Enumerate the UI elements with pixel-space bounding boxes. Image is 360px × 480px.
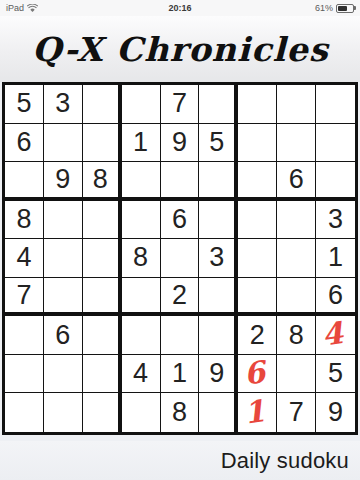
cell-r1c1[interactable]: 5 [5, 85, 44, 124]
cell-r2c3[interactable] [83, 124, 122, 163]
cell-r1c9[interactable] [316, 85, 355, 124]
cell-r7c8[interactable]: 8 [277, 316, 316, 355]
wifi-icon [27, 4, 38, 13]
cell-r4c8[interactable] [277, 201, 316, 240]
cell-r9c6[interactable] [199, 393, 238, 432]
cell-r8c1[interactable] [5, 355, 44, 394]
cell-r4c6[interactable] [199, 201, 238, 240]
cell-r5c3[interactable] [83, 239, 122, 278]
puzzle-type-label: Daily sudoku [221, 448, 349, 474]
cell-r2c1[interactable]: 6 [5, 124, 44, 163]
cell-r2c7[interactable] [238, 124, 277, 163]
cell-r9c8[interactable]: 7 [277, 393, 316, 432]
cell-r1c6[interactable] [199, 85, 238, 124]
cell-r9c5[interactable]: 8 [161, 393, 200, 432]
cell-r1c5[interactable]: 7 [161, 85, 200, 124]
cell-r8c6[interactable]: 9 [199, 355, 238, 394]
cell-r8c9[interactable]: 5 [316, 355, 355, 394]
cell-r5c9[interactable]: 1 [316, 239, 355, 278]
cell-r6c1[interactable]: 7 [5, 278, 44, 317]
cell-r6c5[interactable]: 2 [161, 278, 200, 317]
cell-r4c5[interactable]: 6 [161, 201, 200, 240]
cell-r7c9[interactable]: 4 [316, 316, 355, 355]
battery-icon [336, 4, 354, 13]
cell-r5c1[interactable]: 4 [5, 239, 44, 278]
sudoku-board: 537619598686348317266284419658179 [2, 82, 358, 435]
app-title: Q-X Chronicles [32, 30, 329, 69]
cell-r5c4[interactable]: 8 [122, 239, 161, 278]
cell-r7c6[interactable] [199, 316, 238, 355]
carrier-label: iPad [6, 3, 24, 13]
cell-r8c7[interactable]: 6 [238, 355, 277, 394]
cell-r4c3[interactable] [83, 201, 122, 240]
cell-r3c2[interactable]: 9 [44, 162, 83, 201]
cell-r6c8[interactable] [277, 278, 316, 317]
cell-r8c3[interactable] [83, 355, 122, 394]
cell-r7c5[interactable] [161, 316, 200, 355]
cell-r8c4[interactable]: 4 [122, 355, 161, 394]
cell-r9c7[interactable]: 1 [238, 393, 277, 432]
footer-bar: Daily sudoku [0, 441, 360, 480]
cell-r6c2[interactable] [44, 278, 83, 317]
cell-r1c3[interactable] [83, 85, 122, 124]
cell-r3c4[interactable] [122, 162, 161, 201]
cell-r1c4[interactable] [122, 85, 161, 124]
cell-r4c7[interactable] [238, 201, 277, 240]
cell-r3c7[interactable] [238, 162, 277, 201]
cell-r5c2[interactable] [44, 239, 83, 278]
battery-percent-label: 61% [315, 3, 333, 13]
cell-r2c4[interactable]: 1 [122, 124, 161, 163]
clock: 20:16 [0, 3, 360, 13]
cell-r7c1[interactable] [5, 316, 44, 355]
status-bar: iPad 20:16 61% [0, 0, 360, 16]
cell-r8c8[interactable] [277, 355, 316, 394]
cell-r4c4[interactable] [122, 201, 161, 240]
cell-r5c6[interactable]: 3 [199, 239, 238, 278]
cell-r2c9[interactable] [316, 124, 355, 163]
user-entry-digit: 6 [242, 357, 267, 390]
cell-r6c7[interactable] [238, 278, 277, 317]
cell-r4c2[interactable] [44, 201, 83, 240]
cell-r9c3[interactable] [83, 393, 122, 432]
cell-r7c4[interactable] [122, 316, 161, 355]
cell-r5c5[interactable] [161, 239, 200, 278]
cell-r1c8[interactable] [277, 85, 316, 124]
cell-r1c7[interactable] [238, 85, 277, 124]
cell-r6c3[interactable] [83, 278, 122, 317]
cell-r5c8[interactable] [277, 239, 316, 278]
cell-r9c1[interactable] [5, 393, 44, 432]
cell-r8c5[interactable]: 1 [161, 355, 200, 394]
cell-r2c2[interactable] [44, 124, 83, 163]
cell-r7c7[interactable]: 2 [238, 316, 277, 355]
cell-r3c6[interactable] [199, 162, 238, 201]
cell-r6c9[interactable]: 6 [316, 278, 355, 317]
cell-r3c1[interactable] [5, 162, 44, 201]
cell-r9c2[interactable] [44, 393, 83, 432]
cell-r6c6[interactable] [199, 278, 238, 317]
cell-r3c5[interactable] [161, 162, 200, 201]
title-band: Q-X Chronicles [0, 16, 360, 82]
cell-r4c9[interactable]: 3 [316, 201, 355, 240]
cell-r2c8[interactable] [277, 124, 316, 163]
cell-r6c4[interactable] [122, 278, 161, 317]
cell-r9c9[interactable]: 9 [316, 393, 355, 432]
cell-r3c8[interactable]: 6 [277, 162, 316, 201]
cell-r8c2[interactable] [44, 355, 83, 394]
cell-r7c2[interactable]: 6 [44, 316, 83, 355]
cell-r3c3[interactable]: 8 [83, 162, 122, 201]
cell-r1c2[interactable]: 3 [44, 85, 83, 124]
cell-r2c5[interactable]: 9 [161, 124, 200, 163]
cell-r5c7[interactable] [238, 239, 277, 278]
user-entry-digit: 1 [242, 396, 267, 429]
user-entry-digit: 4 [320, 318, 345, 351]
cell-r9c4[interactable] [122, 393, 161, 432]
cell-r3c9[interactable] [316, 162, 355, 201]
cell-r7c3[interactable] [83, 316, 122, 355]
cell-r4c1[interactable]: 8 [5, 201, 44, 240]
cell-r2c6[interactable]: 5 [199, 124, 238, 163]
